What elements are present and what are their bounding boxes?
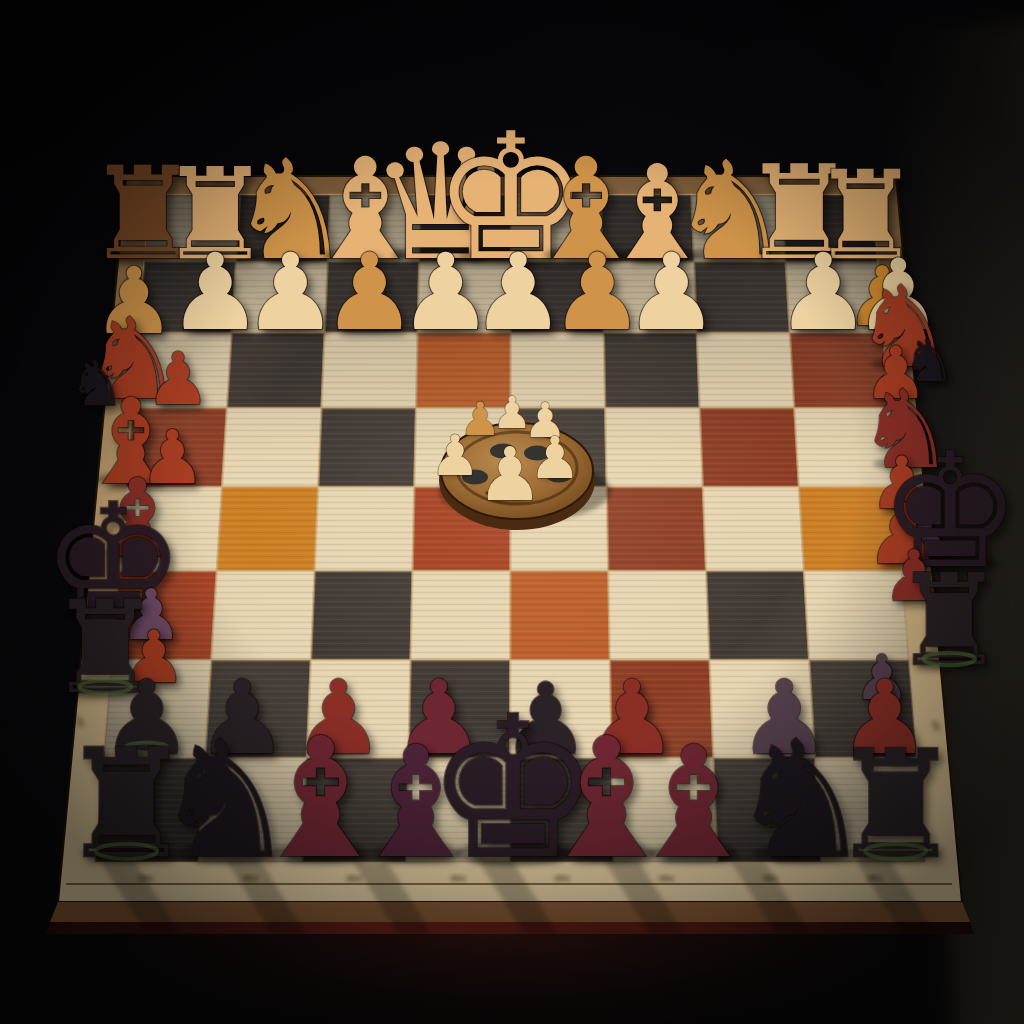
chess-scene: ♟♟♟♟♟♟♜♜♞♝♛♚♝♝♞♜♜♟♟♟♟♟♟♟♟♟♟♟♞♞♞♟♟♞♞♝♟♟♟♝…	[0, 0, 1024, 1024]
board-base-strip	[46, 922, 974, 934]
chessboard: ♟♟♟♟♟♟♜♜♞♝♛♚♝♝♞♜♜♟♟♟♟♟♟♟♟♟♟♟♞♞♞♟♟♞♞♝♟♟♟♝…	[0, 0, 1024, 1024]
svg-text:♟: ♟	[624, 231, 719, 354]
platter-mini-pawn[interactable]: ♟	[430, 423, 480, 488]
piece-cream-pawn-g7[interactable]: ♟	[624, 231, 719, 354]
platter-mini-pawn[interactable]: ♟	[477, 431, 543, 517]
svg-text:♜: ♜	[829, 719, 962, 891]
piece-black-rook-h1[interactable]: ♜	[829, 719, 962, 891]
